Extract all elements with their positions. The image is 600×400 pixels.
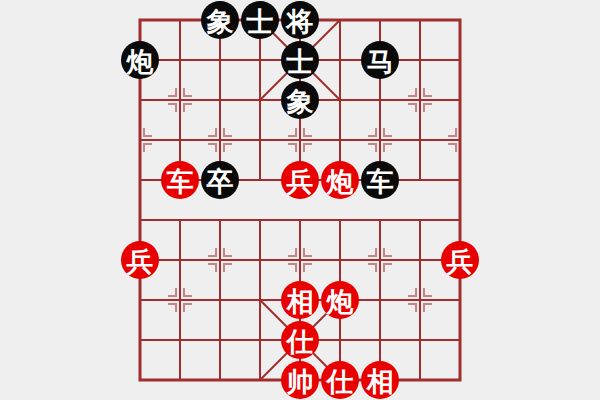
piece-red-soldier[interactable]: 兵 xyxy=(121,241,159,279)
piece-glyph: 炮 xyxy=(127,48,154,75)
piece-black-cannon[interactable]: 炮 xyxy=(121,41,159,79)
piece-glyph: 兵 xyxy=(287,168,314,195)
piece-glyph: 炮 xyxy=(327,288,354,315)
piece-glyph: 士 xyxy=(287,48,314,75)
piece-glyph: 仕 xyxy=(287,328,314,355)
piece-red-advisor[interactable]: 仕 xyxy=(321,361,359,399)
piece-black-chariot[interactable]: 车 xyxy=(361,161,399,199)
piece-red-advisor[interactable]: 仕 xyxy=(281,321,319,359)
xiangqi-board: 象士将炮士马象卒车车兵炮兵兵相炮仕帅仕相 xyxy=(120,0,480,400)
piece-black-general[interactable]: 将 xyxy=(281,1,319,39)
piece-black-elephant[interactable]: 象 xyxy=(281,81,319,119)
piece-black-elephant[interactable]: 象 xyxy=(201,1,239,39)
piece-glyph: 相 xyxy=(287,288,314,315)
xiangqi-board-stage: 象士将炮士马象卒车车兵炮兵兵相炮仕帅仕相 xyxy=(0,0,600,400)
piece-glyph: 象 xyxy=(207,8,234,35)
piece-glyph: 象 xyxy=(287,88,314,115)
piece-glyph: 兵 xyxy=(127,248,154,275)
piece-black-advisor[interactable]: 士 xyxy=(281,41,319,79)
piece-glyph: 车 xyxy=(167,168,194,195)
piece-glyph: 车 xyxy=(367,168,394,195)
piece-red-general[interactable]: 帅 xyxy=(281,361,319,399)
piece-black-soldier[interactable]: 卒 xyxy=(201,161,239,199)
piece-red-elephant[interactable]: 相 xyxy=(281,281,319,319)
piece-glyph: 仕 xyxy=(327,368,354,395)
piece-red-elephant[interactable]: 相 xyxy=(361,361,399,399)
piece-black-advisor[interactable]: 士 xyxy=(241,1,279,39)
piece-red-cannon[interactable]: 炮 xyxy=(321,281,359,319)
piece-black-horse[interactable]: 马 xyxy=(361,41,399,79)
piece-glyph: 相 xyxy=(367,368,394,395)
piece-glyph: 将 xyxy=(287,8,314,35)
piece-glyph: 卒 xyxy=(207,168,234,195)
piece-red-soldier[interactable]: 兵 xyxy=(281,161,319,199)
piece-glyph: 兵 xyxy=(447,248,474,275)
piece-glyph: 帅 xyxy=(287,368,314,395)
piece-glyph: 士 xyxy=(247,8,274,35)
piece-red-soldier[interactable]: 兵 xyxy=(441,241,479,279)
piece-red-cannon[interactable]: 炮 xyxy=(321,161,359,199)
piece-red-chariot[interactable]: 车 xyxy=(161,161,199,199)
piece-glyph: 马 xyxy=(367,48,394,75)
piece-glyph: 炮 xyxy=(327,168,354,195)
